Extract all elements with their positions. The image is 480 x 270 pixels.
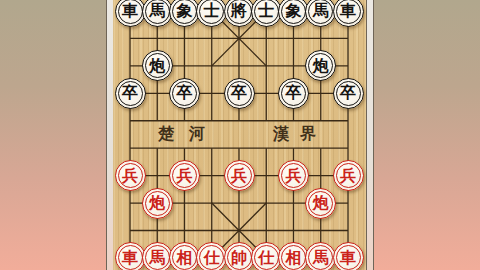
piece-ring: 將 [227, 0, 252, 24]
piece-ring: 卒 [172, 81, 197, 106]
piece-red-advisor[interactable]: 仕 [196, 242, 227, 270]
piece-ring: 卒 [118, 81, 143, 106]
piece-black-chariot[interactable]: 車 [333, 0, 364, 27]
piece-red-soldier[interactable]: 兵 [224, 160, 255, 191]
piece-glyph: 馬 [313, 3, 329, 19]
piece-glyph: 炮 [313, 57, 329, 73]
piece-black-soldier[interactable]: 卒 [224, 78, 255, 109]
piece-red-soldier[interactable]: 兵 [333, 160, 364, 191]
video-thumbnail-scene: 楚 河 漢 界 車馬象士將士象馬車炮炮卒卒卒卒卒兵兵兵兵兵炮炮車馬相仕帥仕相馬車 [0, 0, 480, 270]
piece-ring: 炮 [145, 191, 170, 216]
piece-glyph: 相 [177, 249, 193, 265]
piece-glyph: 馬 [149, 3, 165, 19]
piece-ring: 仕 [254, 245, 279, 270]
piece-ring: 兵 [336, 163, 361, 188]
piece-ring: 馬 [145, 0, 170, 24]
piece-black-horse[interactable]: 馬 [142, 0, 173, 27]
piece-glyph: 兵 [231, 167, 247, 183]
piece-ring: 車 [336, 245, 361, 270]
piece-glyph: 馬 [313, 249, 329, 265]
piece-glyph: 兵 [340, 167, 356, 183]
piece-ring: 兵 [281, 163, 306, 188]
river-label-he: 河 [189, 124, 205, 145]
piece-glyph: 車 [122, 3, 138, 19]
piece-glyph: 象 [177, 3, 193, 19]
piece-black-cannon[interactable]: 炮 [142, 50, 173, 81]
piece-glyph: 相 [286, 249, 302, 265]
board-surface[interactable] [113, 0, 366, 270]
piece-glyph: 炮 [149, 57, 165, 73]
piece-ring: 車 [118, 245, 143, 270]
piece-glyph: 兵 [286, 167, 302, 183]
piece-glyph: 仕 [204, 249, 220, 265]
piece-glyph: 將 [231, 3, 247, 19]
piece-glyph: 卒 [177, 85, 193, 101]
piece-ring: 馬 [145, 245, 170, 270]
piece-ring: 炮 [145, 53, 170, 78]
piece-red-soldier[interactable]: 兵 [115, 160, 146, 191]
piece-glyph: 卒 [122, 85, 138, 101]
piece-red-general[interactable]: 帥 [224, 242, 255, 270]
piece-red-chariot[interactable]: 車 [115, 242, 146, 270]
piece-black-advisor[interactable]: 士 [251, 0, 282, 27]
piece-glyph: 兵 [177, 167, 193, 183]
piece-ring: 兵 [118, 163, 143, 188]
piece-glyph: 卒 [340, 85, 356, 101]
piece-ring: 卒 [227, 81, 252, 106]
piece-black-soldier[interactable]: 卒 [278, 78, 309, 109]
piece-black-general[interactable]: 將 [224, 0, 255, 27]
piece-ring: 相 [281, 245, 306, 270]
piece-ring: 炮 [308, 53, 333, 78]
piece-red-soldier[interactable]: 兵 [278, 160, 309, 191]
piece-ring: 象 [172, 0, 197, 24]
piece-red-chariot[interactable]: 車 [333, 242, 364, 270]
piece-glyph: 車 [340, 249, 356, 265]
piece-ring: 士 [254, 0, 279, 24]
piece-black-soldier[interactable]: 卒 [169, 78, 200, 109]
piece-ring: 相 [172, 245, 197, 270]
piece-red-soldier[interactable]: 兵 [169, 160, 200, 191]
piece-glyph: 象 [286, 3, 302, 19]
piece-glyph: 卒 [286, 85, 302, 101]
piece-ring: 車 [118, 0, 143, 24]
piece-ring: 卒 [336, 81, 361, 106]
piece-ring: 帥 [227, 245, 252, 270]
piece-ring: 兵 [227, 163, 252, 188]
piece-black-soldier[interactable]: 卒 [115, 78, 146, 109]
river-label-han: 漢 [273, 124, 289, 145]
piece-black-soldier[interactable]: 卒 [333, 78, 364, 109]
piece-red-cannon[interactable]: 炮 [305, 188, 336, 219]
piece-ring: 炮 [308, 191, 333, 216]
piece-ring: 卒 [281, 81, 306, 106]
piece-glyph: 士 [204, 3, 220, 19]
piece-ring: 仕 [199, 245, 224, 270]
piece-ring: 車 [336, 0, 361, 24]
piece-glyph: 馬 [149, 249, 165, 265]
piece-black-chariot[interactable]: 車 [115, 0, 146, 27]
piece-glyph: 炮 [313, 195, 329, 211]
river-label-chu: 楚 [158, 124, 174, 145]
piece-glyph: 卒 [231, 85, 247, 101]
piece-glyph: 炮 [149, 195, 165, 211]
piece-ring: 兵 [172, 163, 197, 188]
piece-glyph: 帥 [231, 249, 247, 265]
piece-red-horse[interactable]: 馬 [305, 242, 336, 270]
piece-ring: 象 [281, 0, 306, 24]
piece-ring: 士 [199, 0, 224, 24]
xiangqi-board: 楚 河 漢 界 車馬象士將士象馬車炮炮卒卒卒卒卒兵兵兵兵兵炮炮車馬相仕帥仕相馬車 [0, 0, 480, 270]
piece-glyph: 兵 [122, 167, 138, 183]
piece-red-cannon[interactable]: 炮 [142, 188, 173, 219]
board-frame-right [366, 0, 374, 270]
river-label-jie: 界 [300, 124, 316, 145]
piece-glyph: 車 [340, 3, 356, 19]
piece-glyph: 仕 [258, 249, 274, 265]
piece-ring: 馬 [308, 245, 333, 270]
piece-ring: 馬 [308, 0, 333, 24]
piece-glyph: 車 [122, 249, 138, 265]
piece-glyph: 士 [258, 3, 274, 19]
